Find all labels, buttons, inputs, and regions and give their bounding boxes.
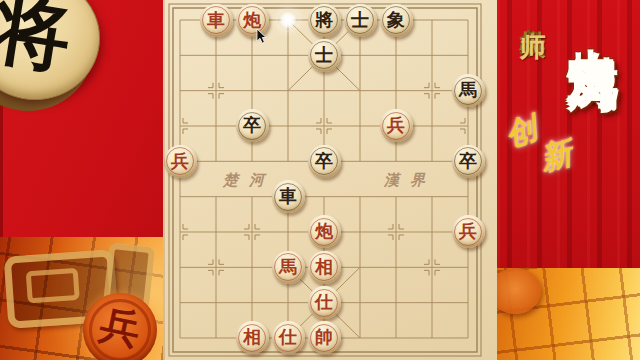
piece-char: 車 xyxy=(272,180,305,213)
piece-char: 士 xyxy=(344,4,377,37)
board-left-seam xyxy=(163,0,165,360)
decor-soldier-piece: 兵 xyxy=(83,293,157,360)
left-decor-photo: 兵 xyxy=(0,237,163,360)
stamp-char-2: 新 xyxy=(537,137,575,175)
piece-black-general[interactable]: 將 xyxy=(308,4,341,37)
piece-char: 兵 xyxy=(380,109,413,142)
piece-char: 馬 xyxy=(452,74,485,107)
piece-char: 象 xyxy=(380,4,413,37)
piece-char: 馬 xyxy=(272,251,305,284)
piece-char: 帥 xyxy=(308,321,341,354)
piece-char: 卒 xyxy=(452,145,485,178)
subtitle-char: 师 xyxy=(518,14,547,16)
piece-char: 相 xyxy=(236,321,269,354)
piece-red-elephant[interactable]: 相 xyxy=(236,321,269,354)
piece-black-advisor[interactable]: 士 xyxy=(344,4,377,37)
stamp-char-1: 创 xyxy=(502,112,541,151)
video-thumbnail-stage: 将 兵 楚河 漢界 車炮將士象士馬卒兵兵卒卒車炮兵馬相仕相仕帥 象棋大师 xyxy=(0,0,640,360)
piece-black-soldier[interactable]: 卒 xyxy=(236,109,269,142)
piece-char: 仕 xyxy=(308,286,341,319)
subtitle-vertical: 象棋大师 xyxy=(519,8,545,16)
piece-red-soldier[interactable]: 兵 xyxy=(380,109,413,142)
piece-red-general[interactable]: 帥 xyxy=(308,321,341,354)
piece-char: 卒 xyxy=(308,145,341,178)
piece-black-elephant[interactable]: 象 xyxy=(380,4,413,37)
piece-red-cannon[interactable]: 炮 xyxy=(308,215,341,248)
mouse-cursor xyxy=(251,26,271,48)
piece-char: 將 xyxy=(308,4,341,37)
piece-black-soldier[interactable]: 卒 xyxy=(308,145,341,178)
river-text-chu-he: 楚河 xyxy=(223,171,275,190)
piece-char: 車 xyxy=(200,4,233,37)
left-decor-panel: 将 兵 xyxy=(0,0,163,360)
piece-char: 兵 xyxy=(452,215,485,248)
main-title-vertical: 中炮对屏风马 xyxy=(565,6,620,30)
highlight-marker xyxy=(278,10,298,30)
stamp-chuangxin: 创 新 xyxy=(497,110,584,196)
piece-black-chariot[interactable]: 車 xyxy=(272,180,305,213)
piece-char: 士 xyxy=(308,39,341,72)
piece-char: 兵 xyxy=(164,145,197,178)
right-decor-photo xyxy=(497,268,640,360)
piece-char: 炮 xyxy=(308,215,341,248)
decor-general-piece: 将 xyxy=(0,0,100,100)
piece-red-horse[interactable]: 馬 xyxy=(272,251,305,284)
right-title-panel: 象棋大师 创 新 中炮对屏风马 xyxy=(497,0,640,360)
general-piece-face: 将 xyxy=(0,0,100,100)
piece-char: 卒 xyxy=(236,109,269,142)
river-text-han-jie: 漢界 xyxy=(384,171,436,190)
piece-red-chariot[interactable]: 車 xyxy=(200,4,233,37)
piece-black-horse[interactable]: 馬 xyxy=(452,74,485,107)
piece-red-advisor[interactable]: 仕 xyxy=(272,321,305,354)
piece-char: 相 xyxy=(308,251,341,284)
piece-char: 仕 xyxy=(272,321,305,354)
piece-black-soldier[interactable]: 卒 xyxy=(452,145,485,178)
piece-red-elephant[interactable]: 相 xyxy=(308,251,341,284)
piece-black-advisor[interactable]: 士 xyxy=(308,39,341,72)
piece-red-soldier[interactable]: 兵 xyxy=(164,145,197,178)
general-piece-char: 将 xyxy=(0,0,77,78)
piece-red-soldier[interactable]: 兵 xyxy=(452,215,485,248)
decor-soldier-char: 兵 xyxy=(96,304,143,351)
piece-red-advisor[interactable]: 仕 xyxy=(308,286,341,319)
xiangqi-board[interactable]: 楚河 漢界 車炮將士象士馬卒兵兵卒卒車炮兵馬相仕相仕帥 xyxy=(163,0,497,360)
